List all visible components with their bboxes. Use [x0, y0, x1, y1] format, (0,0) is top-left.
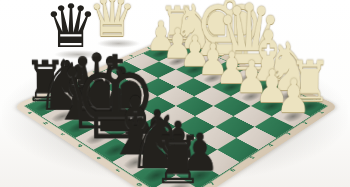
white-knight: ♞ [118, 0, 271, 54]
vinyl-chessboard: ♜♟♟♜♞♟♟♞♝♟♟♝♛♟♟♚♚♟♟♛♝♟♟♝♞♟♟♞♜♟♟♜ aabbccd… [13, 34, 340, 187]
extra-white-queen: ♛ [88, 0, 136, 45]
extra-queen-shadow [97, 39, 141, 48]
square-h4 [236, 127, 276, 150]
board-grid: ♜♟♟♜♞♟♟♞♝♟♟♝♛♟♟♚♚♟♟♛♝♟♟♝♞♟♟♞♜♟♟♜ [26, 39, 326, 187]
chess-set-photo: ♛♛ ♜♟♟♜♞♟♟♞♝♟♟♝♛♟♟♚♚♟♟♛♝♟♟♝♞♟♟♞♜♟♟♜ aabb… [0, 0, 350, 187]
board-3d-scene: ♜♟♟♜♞♟♟♞♝♟♟♝♛♟♟♚♚♟♟♛♝♟♟♝♞♟♟♞♜♟♟♜ aabbccd… [13, 34, 340, 187]
white-rook: ♜ [103, 2, 252, 46]
file-label-d: d [74, 142, 86, 149]
extra-queen-shadow [54, 50, 102, 59]
extra-black-queen: ♛ [44, 0, 98, 56]
white-pawn: ♟ [85, 18, 237, 54]
